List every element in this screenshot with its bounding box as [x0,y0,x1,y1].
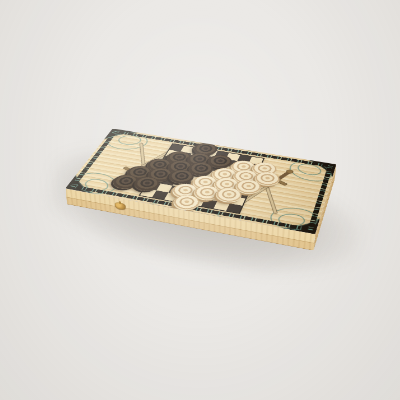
brass-clasp-icon [115,202,126,211]
photo-backdrop [0,0,400,400]
